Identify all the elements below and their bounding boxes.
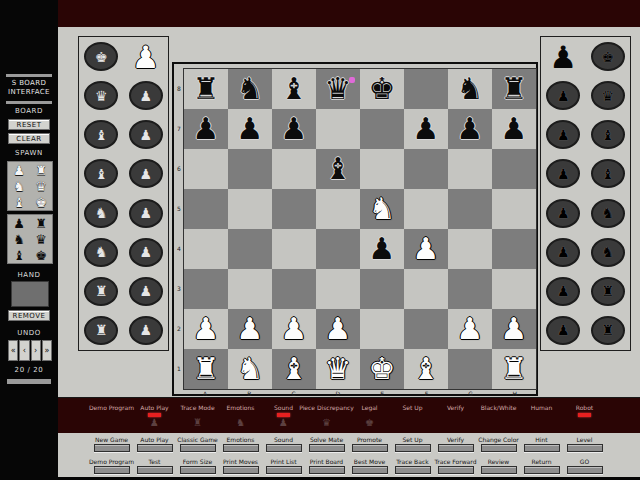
spawn-black-king-button[interactable]: ♚: [30, 247, 52, 263]
tray-black-knight-slot[interactable]: ♞: [586, 194, 631, 233]
classic-game-button[interactable]: [180, 444, 216, 452]
square-e7[interactable]: [360, 109, 404, 149]
redo-all-button[interactable]: »: [42, 340, 52, 361]
white-bishop-icon: ♝: [84, 159, 118, 188]
square-a6[interactable]: [184, 149, 228, 189]
square-b2[interactable]: ♟: [228, 309, 272, 349]
white-rook-icon: ♜: [84, 316, 118, 345]
square-f3[interactable]: [404, 269, 448, 309]
toggle-label-emotions: Emotions: [227, 404, 255, 411]
tray-black-knight-slot[interactable]: ♞: [586, 233, 631, 272]
black-pawn-piece: ♟: [272, 109, 316, 149]
solve-mate-button[interactable]: [309, 444, 345, 452]
command-auto-play: Auto Play: [133, 433, 176, 455]
tray-white-bishop-slot[interactable]: ♝: [79, 115, 124, 154]
divider: [6, 74, 52, 77]
command-row-2: Demo ProgramTestForm SizePrint MovesPrin…: [58, 455, 640, 477]
selection-marker: [349, 77, 355, 83]
square-h5[interactable]: [492, 189, 536, 229]
square-c5[interactable]: [272, 189, 316, 229]
hint-button[interactable]: [524, 444, 560, 452]
black-queen-icon: ♛: [591, 81, 625, 110]
white-pawn-piece: ♟: [228, 309, 272, 349]
spawn-white-rook-button[interactable]: ♜: [30, 162, 52, 178]
file-label-g: G: [449, 390, 493, 397]
change-color-button[interactable]: [481, 444, 517, 452]
square-f7[interactable]: ♟: [404, 109, 448, 149]
square-g3[interactable]: [448, 269, 492, 309]
black-knight-piece: ♞: [448, 69, 492, 109]
square-c6[interactable]: [272, 149, 316, 189]
rank-label-1: 1: [175, 348, 183, 388]
spawn-black-bishop-button[interactable]: ♝: [8, 247, 30, 263]
toggle-label-legal: Legal: [361, 404, 377, 411]
command-label-verify: Verify: [447, 436, 464, 443]
command-label-test: Test: [149, 458, 161, 465]
square-c8[interactable]: ♝: [272, 69, 316, 109]
toggle-label-demo-program: Demo Program: [89, 404, 134, 411]
white-pawn-icon: ♟: [129, 159, 163, 188]
square-a5[interactable]: [184, 189, 228, 229]
file-label-c: C: [272, 390, 316, 397]
command-print-board: Print Board: [305, 455, 348, 477]
white-pawn-icon: ♟: [129, 238, 163, 267]
black-pawn-icon: ♟: [546, 316, 580, 345]
command-label-auto-play: Auto Play: [140, 436, 168, 443]
tray-black-queen-slot[interactable]: ♛: [586, 76, 631, 115]
toggle-label-robot: Robot: [576, 404, 593, 411]
verify-button[interactable]: [438, 444, 474, 452]
new-game-button[interactable]: [94, 444, 130, 452]
white-rook-icon: ♜: [84, 277, 118, 306]
divider: [6, 101, 52, 104]
toggle-trace-mode[interactable]: Trace Mode♜: [176, 398, 219, 433]
tray-black-pawn-slot[interactable]: ♟: [541, 37, 586, 76]
square-e6[interactable]: [360, 149, 404, 189]
undo-count: 20 / 20: [0, 366, 58, 374]
command-print-moves: Print Moves: [219, 455, 262, 477]
tray-white-rook-slot[interactable]: ♜: [79, 311, 124, 350]
black-king-icon: ♚: [591, 42, 625, 71]
square-b7[interactable]: ♟: [228, 109, 272, 149]
square-g7[interactable]: ♟: [448, 109, 492, 149]
command-best-move: Best Move: [348, 455, 391, 477]
square-f5[interactable]: [404, 189, 448, 229]
square-d2[interactable]: ♟: [316, 309, 360, 349]
tray-black-bishop-slot[interactable]: ♝: [586, 115, 631, 154]
command-demo-program: Demo Program: [90, 455, 133, 477]
square-g2[interactable]: ♟: [448, 309, 492, 349]
toggle-label-black-white: Black/White: [481, 404, 517, 411]
top-bar: [58, 0, 640, 27]
square-h4[interactable]: [492, 229, 536, 269]
command-row-1: New GameAuto PlayClassic GameEmotionsSou…: [58, 433, 640, 455]
tray-black-pawn-slot[interactable]: ♟: [541, 194, 586, 233]
black-pawn-piece: ♟: [228, 109, 272, 149]
spawn-white-queen-button[interactable]: ♛: [30, 178, 52, 194]
command-label-solve-mate: Solve Mate: [310, 436, 343, 443]
square-c7[interactable]: ♟: [272, 109, 316, 149]
review-button[interactable]: [481, 466, 517, 474]
file-label-b: B: [227, 390, 271, 397]
square-h6[interactable]: [492, 149, 536, 189]
auto-play-button[interactable]: [137, 444, 173, 452]
black-rook-piece: ♜: [184, 69, 228, 109]
rank-labels: 87654321: [175, 68, 183, 388]
toggle-legal[interactable]: Legal♚: [348, 398, 391, 433]
command-label-go: GO: [580, 458, 589, 465]
square-g6[interactable]: [448, 149, 492, 189]
app-title-line2: INTERFACE: [0, 88, 58, 97]
app-title: S BOARD INTERFACE: [0, 79, 58, 97]
command-new-game: New Game: [90, 433, 133, 455]
undo-all-button[interactable]: «: [8, 340, 18, 361]
command-label-form-size: Form Size: [183, 458, 212, 465]
square-b6[interactable]: [228, 149, 272, 189]
square-b3[interactable]: [228, 269, 272, 309]
spawn-black-pawn-button[interactable]: ♟: [8, 215, 30, 231]
knight-icon: ♞: [236, 418, 245, 428]
white-queen-piece: ♛: [316, 349, 360, 389]
file-label-f: F: [404, 390, 448, 397]
toggle-human[interactable]: Human: [520, 398, 563, 433]
command-label-level: Level: [577, 436, 593, 443]
tray-white-pawn-slot[interactable]: ♟: [124, 37, 169, 76]
toggle-label-piece-discrepancy: Piece Discrepancy: [299, 404, 354, 411]
board-grid: ♜♞♝♛♚♞♜♟♟♟♟♟♟♝♞♟♟♟♟♟♟♟♟♜♞♝♛♚♝♜: [183, 68, 537, 390]
rank-label-4: 4: [175, 228, 183, 268]
tray-white-pawn-slot[interactable]: ♟: [124, 272, 169, 311]
command-label-trace-back: Trace Back: [396, 458, 428, 465]
black-pawn-piece: ♟: [448, 109, 492, 149]
test-button[interactable]: [137, 466, 173, 474]
print-list-button[interactable]: [266, 466, 302, 474]
black-pawn-icon: ♟: [546, 277, 580, 306]
rank-label-7: 7: [175, 108, 183, 148]
black-pawn-piece: ♟: [404, 109, 448, 149]
level-button[interactable]: [567, 444, 603, 452]
white-pawn-piece: ♟: [272, 309, 316, 349]
tray-black-pawn-slot[interactable]: ♟: [541, 233, 586, 272]
white-knight-icon: ♞: [84, 199, 118, 228]
trace-forward-button[interactable]: [438, 466, 474, 474]
black-knight-icon: ♞: [591, 238, 625, 267]
tray-black-king-slot[interactable]: ♚: [586, 37, 631, 76]
white-pawn-icon: ♟: [129, 199, 163, 228]
square-a3[interactable]: [184, 269, 228, 309]
square-a1[interactable]: ♜: [184, 349, 228, 389]
square-f1[interactable]: ♝: [404, 349, 448, 389]
square-e8[interactable]: ♚: [360, 69, 404, 109]
square-g1[interactable]: [448, 349, 492, 389]
command-label-sound: Sound: [274, 436, 293, 443]
command-label-hint: Hint: [535, 436, 547, 443]
tray-black-pawn-slot[interactable]: ♟: [541, 76, 586, 115]
robot-led-indicator: [578, 413, 591, 417]
form-size-button[interactable]: [180, 466, 216, 474]
rank-label-2: 2: [175, 308, 183, 348]
reset-button[interactable]: RESET: [8, 119, 50, 130]
square-f8[interactable]: [404, 69, 448, 109]
square-b8[interactable]: ♞: [228, 69, 272, 109]
emotions-button[interactable]: [223, 444, 259, 452]
tray-white-king-slot[interactable]: ♚: [79, 37, 124, 76]
tray-white-pawn-slot[interactable]: ♟: [124, 311, 169, 350]
command-label-new-game: New Game: [95, 436, 128, 443]
square-e1[interactable]: ♚: [360, 349, 404, 389]
command-label-print-moves: Print Moves: [223, 458, 258, 465]
white-knight-piece: ♞: [228, 349, 272, 389]
black-pawn-icon: ♟: [546, 81, 580, 110]
white-bishop-piece: ♝: [404, 349, 448, 389]
black-pawn-piece: ♟: [492, 109, 536, 149]
toggle-strip: Demo ProgramAuto Play♟Trace Mode♜Emotion…: [58, 397, 640, 433]
command-test: Test: [133, 455, 176, 477]
black-pawn-icon: ♟: [546, 238, 580, 267]
square-d5[interactable]: [316, 189, 360, 229]
file-label-d: D: [316, 390, 360, 397]
rank-label-5: 5: [175, 188, 183, 228]
command-panel: New GameAuto PlayClassic GameEmotionsSou…: [58, 433, 640, 477]
hand-slot[interactable]: [11, 281, 49, 307]
tray-white-rook-slot[interactable]: ♜: [79, 272, 124, 311]
square-c2[interactable]: ♟: [272, 309, 316, 349]
pawn-icon: ♟: [150, 418, 159, 428]
tray-white-knight-slot[interactable]: ♞: [79, 233, 124, 272]
white-bishop-piece: ♝: [272, 349, 316, 389]
command-level: Level: [563, 433, 606, 455]
square-g4[interactable]: [448, 229, 492, 269]
command-verify: Verify: [434, 433, 477, 455]
black-rook-piece: ♜: [492, 69, 536, 109]
tray-black-pawn-slot[interactable]: ♟: [541, 115, 586, 154]
square-b5[interactable]: [228, 189, 272, 229]
spawn-white-bishop-button[interactable]: ♝: [8, 194, 30, 210]
redo-button[interactable]: ›: [31, 340, 41, 361]
toggle-label-verify: Verify: [447, 404, 464, 411]
square-h7[interactable]: ♟: [492, 109, 536, 149]
main-area: ♚♟♛♟♝♟♝♟♞♟♞♟♜♟♜♟ 87654321 ♜♞♝♛♚♞♜♟♟♟♟♟♟♝…: [58, 27, 640, 397]
black-knight-piece: ♞: [228, 69, 272, 109]
white-rook-piece: ♜: [184, 349, 228, 389]
divider: [7, 379, 51, 384]
command-label-print-list: Print List: [270, 458, 296, 465]
sidebar: S BOARD INTERFACE BOARD RESET CLEAR SPAW…: [0, 0, 58, 480]
command-label-return: Return: [532, 458, 552, 465]
board-section-label: BOARD: [0, 107, 58, 115]
trace-back-button[interactable]: [395, 466, 431, 474]
tray-black-rook-slot[interactable]: ♜: [586, 272, 631, 311]
black-bishop-icon: ♝: [591, 159, 625, 188]
command-print-list: Print List: [262, 455, 305, 477]
toggle-label-set-up: Set Up: [403, 404, 423, 411]
command-emotions: Emotions: [219, 433, 262, 455]
black-pawn-selected: ♟: [549, 40, 577, 74]
file-label-a: A: [183, 390, 227, 397]
black-king-piece: ♚: [360, 69, 404, 109]
square-b1[interactable]: ♞: [228, 349, 272, 389]
command-label-best-move: Best Move: [354, 458, 385, 465]
command-label-promote: Promote: [357, 436, 382, 443]
set-up-button[interactable]: [395, 444, 431, 452]
spawn-black-rook-button[interactable]: ♜: [30, 215, 52, 231]
square-h1[interactable]: ♜: [492, 349, 536, 389]
square-g5[interactable]: [448, 189, 492, 229]
tray-black-pawn-slot[interactable]: ♟: [541, 311, 586, 350]
square-a2[interactable]: ♟: [184, 309, 228, 349]
spawn-palette-black: ♟♜♞♛♝♚: [7, 214, 53, 264]
white-king-icon: ♚: [84, 42, 118, 71]
king-icon: ♚: [365, 418, 374, 428]
command-sound: Sound: [262, 433, 305, 455]
square-f2[interactable]: [404, 309, 448, 349]
spawn-white-king-button[interactable]: ♚: [30, 194, 52, 210]
print-moves-button[interactable]: [223, 466, 259, 474]
square-a7[interactable]: ♟: [184, 109, 228, 149]
spawn-white-pawn-button[interactable]: ♟: [8, 162, 30, 178]
square-c1[interactable]: ♝: [272, 349, 316, 389]
tray-white-queen-slot[interactable]: ♛: [79, 76, 124, 115]
remove-button[interactable]: REMOVE: [8, 310, 50, 321]
command-trace-back: Trace Back: [391, 455, 434, 477]
hand-section-label: HAND: [0, 271, 58, 279]
command-hint: Hint: [520, 433, 563, 455]
tray-black-pawn-slot[interactable]: ♟: [541, 154, 586, 193]
square-f4[interactable]: ♟: [404, 229, 448, 269]
white-pawn-piece: ♟: [492, 309, 536, 349]
toggle-label-auto-play: Auto Play: [140, 404, 168, 411]
command-change-color: Change Color: [477, 433, 520, 455]
toggle-demo-program[interactable]: Demo Program: [90, 398, 133, 433]
white-pawn-icon: ♟: [129, 120, 163, 149]
square-e2[interactable]: [360, 309, 404, 349]
toggle-black-white[interactable]: Black/White: [477, 398, 520, 433]
black-pawn-icon: ♟: [546, 120, 580, 149]
command-label-emotions: Emotions: [227, 436, 255, 443]
command-go: GO: [563, 455, 606, 477]
clear-button[interactable]: CLEAR: [8, 133, 50, 144]
square-g8[interactable]: ♞: [448, 69, 492, 109]
square-d7[interactable]: [316, 109, 360, 149]
command-form-size: Form Size: [176, 455, 219, 477]
spawn-white-knight-button[interactable]: ♞: [8, 178, 30, 194]
pawn-icon: ♟: [279, 418, 288, 428]
square-d3[interactable]: [316, 269, 360, 309]
white-pawn-piece: ♟: [448, 309, 492, 349]
square-d4[interactable]: [316, 229, 360, 269]
tray-white-knight-slot[interactable]: ♞: [79, 194, 124, 233]
spawn-palette-white: ♟♜♞♛♝♚: [7, 161, 53, 211]
go-button[interactable]: [567, 466, 603, 474]
toggle-auto-play[interactable]: Auto Play♟: [133, 398, 176, 433]
queen-icon: ♛: [322, 418, 331, 428]
best-move-button[interactable]: [352, 466, 388, 474]
square-h8[interactable]: ♜: [492, 69, 536, 109]
tray-white-pawn-slot[interactable]: ♟: [124, 233, 169, 272]
rook-icon: ♜: [193, 418, 202, 428]
tray-black-bishop-slot[interactable]: ♝: [586, 154, 631, 193]
square-d1[interactable]: ♛: [316, 349, 360, 389]
file-labels: ABCDEFGH: [183, 390, 537, 397]
black-pawn-piece: ♟: [184, 109, 228, 149]
white-knight-piece: ♞: [360, 189, 404, 229]
command-label-demo-program: Demo Program: [89, 458, 134, 465]
square-h3[interactable]: [492, 269, 536, 309]
black-knight-icon: ♞: [591, 199, 625, 228]
tray-white-pawn-slot[interactable]: ♟: [124, 194, 169, 233]
square-e5[interactable]: ♞: [360, 189, 404, 229]
spawn-black-knight-button[interactable]: ♞: [8, 231, 30, 247]
square-f6[interactable]: [404, 149, 448, 189]
tray-white-pawn-slot[interactable]: ♟: [124, 154, 169, 193]
tray-black-pawn-slot[interactable]: ♟: [541, 272, 586, 311]
command-set-up: Set Up: [391, 433, 434, 455]
command-trace-forward: Trace Forward: [434, 455, 477, 477]
black-bishop-piece: ♝: [272, 69, 316, 109]
rank-label-8: 8: [175, 68, 183, 108]
square-c3[interactable]: [272, 269, 316, 309]
toggle-label-trace-mode: Trace Mode: [180, 404, 214, 411]
command-solve-mate: Solve Mate: [305, 433, 348, 455]
square-e3[interactable]: [360, 269, 404, 309]
black-rook-icon: ♜: [591, 277, 625, 306]
square-b4[interactable]: [228, 229, 272, 269]
square-e4[interactable]: ♟: [360, 229, 404, 269]
toggle-robot[interactable]: Robot: [563, 398, 606, 433]
square-h2[interactable]: ♟: [492, 309, 536, 349]
black-pawn-icon: ♟: [546, 159, 580, 188]
command-label-change-color: Change Color: [478, 436, 519, 443]
white-pawn-selected: ♟: [132, 40, 160, 74]
promote-button[interactable]: [352, 444, 388, 452]
toggle-piece-discrepancy[interactable]: Piece Discrepancy♛: [305, 398, 348, 433]
rank-label-3: 3: [175, 268, 183, 308]
white-king-piece: ♚: [360, 349, 404, 389]
toggle-emotions[interactable]: Emotions♞: [219, 398, 262, 433]
tray-white-pawn-slot[interactable]: ♟: [124, 76, 169, 115]
white-queen-icon: ♛: [84, 81, 118, 110]
command-label-review: Review: [488, 458, 509, 465]
square-a8[interactable]: ♜: [184, 69, 228, 109]
white-pawn-icon: ♟: [129, 277, 163, 306]
square-a4[interactable]: [184, 229, 228, 269]
tray-white-pawn-slot[interactable]: ♟: [124, 115, 169, 154]
undo-section-label: UNDO: [0, 329, 58, 337]
square-d6[interactable]: ♝: [316, 149, 360, 189]
white-pawn-icon: ♟: [129, 81, 163, 110]
demo-program-button[interactable]: [94, 466, 130, 474]
toggle-set-up[interactable]: Set Up: [391, 398, 434, 433]
black-rook-icon: ♜: [591, 316, 625, 345]
sound-button[interactable]: [266, 444, 302, 452]
spawn-black-queen-button[interactable]: ♛: [30, 231, 52, 247]
tray-white-bishop-slot[interactable]: ♝: [79, 154, 124, 193]
command-label-classic-game: Classic Game: [177, 436, 218, 443]
tray-black-rook-slot[interactable]: ♜: [586, 311, 631, 350]
command-label-trace-forward: Trace Forward: [435, 458, 477, 465]
toggle-verify[interactable]: Verify: [434, 398, 477, 433]
black-pawn-piece: ♟: [360, 229, 404, 269]
print-board-button[interactable]: [309, 466, 345, 474]
black-bishop-icon: ♝: [591, 120, 625, 149]
command-label-set-up: Set Up: [403, 436, 423, 443]
white-pawn-piece: ♟: [404, 229, 448, 269]
return-button[interactable]: [524, 466, 560, 474]
file-label-e: E: [360, 390, 404, 397]
square-c4[interactable]: [272, 229, 316, 269]
undo-button[interactable]: ‹: [19, 340, 29, 361]
square-d8[interactable]: ♛: [316, 69, 360, 109]
